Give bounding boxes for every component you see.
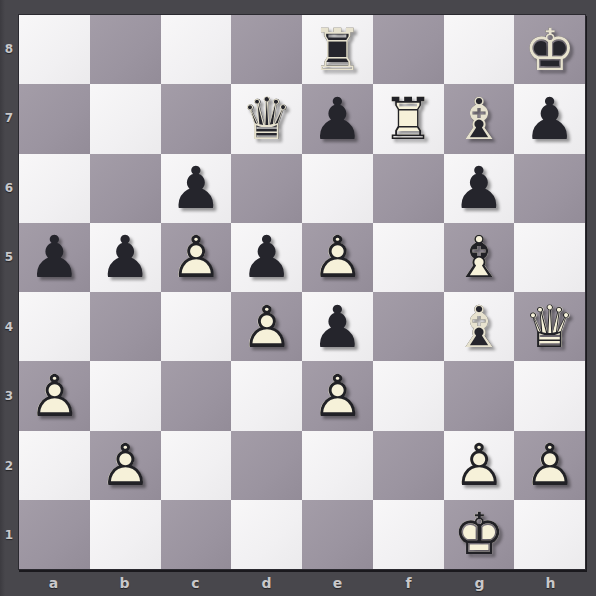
black-pawn-icon: ♟ [19,223,90,292]
square-f7[interactable]: ♜♖ [373,84,444,153]
square-d1[interactable] [231,500,302,569]
file-label-g: g [444,572,515,594]
square-f6[interactable] [373,154,444,223]
rank-label-5: 5 [0,249,18,265]
black-rook[interactable]: ♜♖ [302,15,373,84]
rank-label-1: 1 [0,527,18,543]
black-pawn[interactable]: ♟ [514,84,585,153]
chess-board: ♜♖♚♔♛♕♟♜♖♝♗♟♟♟♟♟♟♙♟♟♙♝♗♟♙♟♝♗♛♕♟♙♟♙♟♙♟♙♟♙… [18,14,586,570]
board-frame: ♜♖♚♔♛♕♟♜♖♝♗♟♟♟♟♟♟♙♟♟♙♝♗♟♙♟♝♗♛♕♟♙♟♙♟♙♟♙♟♙… [0,0,596,596]
white-king[interactable]: ♚♔ [444,500,515,569]
black-rook-outline-icon: ♖ [302,15,373,84]
square-g2[interactable]: ♟♙ [444,431,515,500]
black-pawn-icon: ♟ [444,154,515,223]
white-pawn-outline-icon: ♙ [231,292,302,361]
square-g8[interactable] [444,15,515,84]
square-d7[interactable]: ♛♕ [231,84,302,153]
square-h4[interactable]: ♛♕ [514,292,585,361]
square-f4[interactable] [373,292,444,361]
white-pawn-outline-icon: ♙ [302,361,373,430]
black-pawn[interactable]: ♟ [90,223,161,292]
square-g3[interactable] [444,361,515,430]
black-pawn[interactable]: ♟ [302,84,373,153]
square-e5[interactable]: ♟♙ [302,223,373,292]
square-h6[interactable] [514,154,585,223]
black-pawn-icon: ♟ [161,154,232,223]
square-h8[interactable]: ♚♔ [514,15,585,84]
black-bishop[interactable]: ♝♗ [444,292,515,361]
square-e8[interactable]: ♜♖ [302,15,373,84]
square-d8[interactable] [231,15,302,84]
square-f8[interactable] [373,15,444,84]
file-label-a: a [18,572,89,594]
rank-label-6: 6 [0,180,18,196]
square-f3[interactable] [373,361,444,430]
square-d6[interactable] [231,154,302,223]
black-pawn[interactable]: ♟ [19,223,90,292]
square-d5[interactable]: ♟ [231,223,302,292]
square-a7[interactable] [19,84,90,153]
black-pawn-icon: ♟ [90,223,161,292]
square-c6[interactable]: ♟ [161,154,232,223]
square-a2[interactable] [19,431,90,500]
square-f1[interactable] [373,500,444,569]
file-label-c: c [160,572,231,594]
square-a6[interactable] [19,154,90,223]
square-h5[interactable] [514,223,585,292]
square-d4[interactable]: ♟♙ [231,292,302,361]
rank-label-7: 7 [0,110,18,126]
white-pawn-outline-icon: ♙ [444,431,515,500]
square-b2[interactable]: ♟♙ [90,431,161,500]
square-c7[interactable] [161,84,232,153]
rank-label-2: 2 [0,458,18,474]
square-c5[interactable]: ♟♙ [161,223,232,292]
square-b1[interactable] [90,500,161,569]
square-a3[interactable]: ♟♙ [19,361,90,430]
square-h7[interactable]: ♟ [514,84,585,153]
square-e7[interactable]: ♟ [302,84,373,153]
square-b4[interactable] [90,292,161,361]
square-g6[interactable]: ♟ [444,154,515,223]
square-e4[interactable]: ♟ [302,292,373,361]
file-label-f: f [373,572,444,594]
file-label-b: b [89,572,160,594]
black-bishop[interactable]: ♝♗ [444,84,515,153]
square-b5[interactable]: ♟ [90,223,161,292]
square-a1[interactable] [19,500,90,569]
square-h2[interactable]: ♟♙ [514,431,585,500]
black-pawn-icon: ♟ [302,84,373,153]
square-f2[interactable] [373,431,444,500]
square-b3[interactable] [90,361,161,430]
white-pawn[interactable]: ♟♙ [514,431,585,500]
square-b8[interactable] [90,15,161,84]
white-pawn[interactable]: ♟♙ [231,292,302,361]
square-e6[interactable] [302,154,373,223]
square-f5[interactable] [373,223,444,292]
square-a8[interactable] [19,15,90,84]
white-pawn-outline-icon: ♙ [302,223,373,292]
white-pawn[interactable]: ♟♙ [302,223,373,292]
white-bishop-outline-icon: ♗ [444,223,515,292]
black-pawn-icon: ♟ [514,84,585,153]
white-pawn-outline-icon: ♙ [19,361,90,430]
square-d3[interactable] [231,361,302,430]
black-pawn[interactable]: ♟ [161,154,232,223]
white-pawn[interactable]: ♟♙ [302,361,373,430]
square-e3[interactable]: ♟♙ [302,361,373,430]
black-bishop-outline-icon: ♗ [444,84,515,153]
white-king-outline-icon: ♔ [444,500,515,569]
black-pawn-icon: ♟ [231,223,302,292]
black-pawn-icon: ♟ [302,292,373,361]
white-rook[interactable]: ♜♖ [373,84,444,153]
square-e1[interactable] [302,500,373,569]
square-e2[interactable] [302,431,373,500]
black-bishop-outline-icon: ♗ [444,292,515,361]
white-pawn[interactable]: ♟♙ [444,431,515,500]
white-queen[interactable]: ♛♕ [514,292,585,361]
square-b6[interactable] [90,154,161,223]
square-c2[interactable] [161,431,232,500]
white-pawn[interactable]: ♟♙ [161,223,232,292]
white-pawn[interactable]: ♟♙ [90,431,161,500]
rank-label-3: 3 [0,388,18,404]
square-c3[interactable] [161,361,232,430]
black-pawn[interactable]: ♟ [302,292,373,361]
white-bishop[interactable]: ♝♗ [444,223,515,292]
white-pawn-outline-icon: ♙ [161,223,232,292]
square-a4[interactable] [19,292,90,361]
square-b7[interactable] [90,84,161,153]
black-king[interactable]: ♚♔ [514,15,585,84]
rank-label-4: 4 [0,319,18,335]
white-queen-outline-icon: ♕ [514,292,585,361]
square-d2[interactable] [231,431,302,500]
rank-label-8: 8 [0,41,18,57]
black-queen-outline-icon: ♕ [231,84,302,153]
square-c1[interactable] [161,500,232,569]
white-pawn-outline-icon: ♙ [90,431,161,500]
square-c4[interactable] [161,292,232,361]
file-label-d: d [231,572,302,594]
black-king-outline-icon: ♔ [514,15,585,84]
file-label-h: h [515,572,586,594]
square-g7[interactable]: ♝♗ [444,84,515,153]
black-queen[interactable]: ♛♕ [231,84,302,153]
square-h1[interactable] [514,500,585,569]
white-rook-outline-icon: ♖ [373,84,444,153]
square-c8[interactable] [161,15,232,84]
square-g4[interactable]: ♝♗ [444,292,515,361]
black-pawn[interactable]: ♟ [231,223,302,292]
white-pawn[interactable]: ♟♙ [19,361,90,430]
square-g5[interactable]: ♝♗ [444,223,515,292]
square-h3[interactable] [514,361,585,430]
white-pawn-outline-icon: ♙ [514,431,585,500]
black-pawn[interactable]: ♟ [444,154,515,223]
square-a5[interactable]: ♟ [19,223,90,292]
file-label-e: e [302,572,373,594]
square-g1[interactable]: ♚♔ [444,500,515,569]
